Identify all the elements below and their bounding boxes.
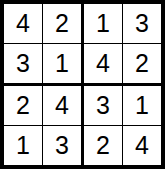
sudoku-cell-r2c4[interactable]: 2 [123, 44, 161, 86]
sudoku-cell-r1c2[interactable]: 2 [43, 4, 84, 44]
sudoku-board: 4213314224311324 [0, 0, 165, 169]
sudoku-cell-r2c3[interactable]: 4 [84, 44, 123, 86]
sudoku-cell-r1c4[interactable]: 3 [123, 4, 161, 44]
sudoku-cell-r4c3[interactable]: 2 [84, 126, 123, 165]
sudoku-cell-r3c2[interactable]: 4 [43, 86, 84, 126]
sudoku-cell-r3c1[interactable]: 2 [4, 86, 43, 126]
sudoku-cell-r4c4[interactable]: 4 [123, 126, 161, 165]
sudoku-cell-r2c2[interactable]: 1 [43, 44, 84, 86]
sudoku-cell-r2c1[interactable]: 3 [4, 44, 43, 86]
sudoku-cell-r4c2[interactable]: 3 [43, 126, 84, 165]
sudoku-cell-r3c4[interactable]: 1 [123, 86, 161, 126]
sudoku-cell-r1c3[interactable]: 1 [84, 4, 123, 44]
sudoku-cell-r3c3[interactable]: 3 [84, 86, 123, 126]
sudoku-cell-r1c1[interactable]: 4 [4, 4, 43, 44]
sudoku-cell-r4c1[interactable]: 1 [4, 126, 43, 165]
